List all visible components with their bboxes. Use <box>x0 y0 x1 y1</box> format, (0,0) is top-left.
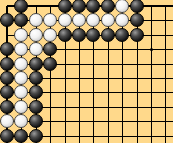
go-board[interactable] <box>0 0 173 143</box>
black-stone[interactable] <box>29 57 43 71</box>
black-stone[interactable] <box>130 13 144 27</box>
white-stone[interactable] <box>29 13 43 27</box>
white-stone[interactable] <box>58 13 72 27</box>
white-stone[interactable] <box>29 28 43 42</box>
star-point <box>150 48 153 51</box>
white-stone[interactable] <box>115 0 129 13</box>
black-stone[interactable] <box>72 0 86 13</box>
white-stone[interactable] <box>14 85 28 99</box>
black-stone[interactable] <box>101 0 115 13</box>
black-stone[interactable] <box>58 0 72 13</box>
white-stone[interactable] <box>29 42 43 56</box>
white-stone[interactable] <box>115 13 129 27</box>
white-stone[interactable] <box>43 13 57 27</box>
black-stone[interactable] <box>29 85 43 99</box>
black-stone[interactable] <box>0 85 14 99</box>
white-stone[interactable] <box>101 13 115 27</box>
black-stone[interactable] <box>14 129 28 143</box>
black-stone[interactable] <box>101 28 115 42</box>
black-stone[interactable] <box>86 28 100 42</box>
white-stone[interactable] <box>72 13 86 27</box>
white-stone[interactable] <box>14 100 28 114</box>
white-stone[interactable] <box>43 28 57 42</box>
white-stone[interactable] <box>14 28 28 42</box>
black-stone[interactable] <box>29 129 43 143</box>
black-stone[interactable] <box>86 0 100 13</box>
black-stone[interactable] <box>29 114 43 128</box>
black-stone[interactable] <box>0 71 14 85</box>
black-stone[interactable] <box>43 57 57 71</box>
black-stone[interactable] <box>58 28 72 42</box>
white-stone[interactable] <box>14 71 28 85</box>
black-stone[interactable] <box>29 71 43 85</box>
black-stone[interactable] <box>72 28 86 42</box>
black-stone[interactable] <box>130 0 144 13</box>
black-stone[interactable] <box>29 100 43 114</box>
black-stone[interactable] <box>14 0 28 13</box>
white-stone[interactable] <box>0 114 14 128</box>
white-stone[interactable] <box>86 13 100 27</box>
black-stone[interactable] <box>0 100 14 114</box>
black-stone[interactable] <box>43 42 57 56</box>
black-stone[interactable] <box>0 57 14 71</box>
black-stone[interactable] <box>0 129 14 143</box>
grid-vline <box>165 6 166 143</box>
black-stone[interactable] <box>14 13 28 27</box>
white-stone[interactable] <box>14 57 28 71</box>
black-stone[interactable] <box>130 28 144 42</box>
black-stone[interactable] <box>0 42 14 56</box>
white-stone[interactable] <box>14 114 28 128</box>
grid-vline <box>151 6 152 143</box>
white-stone[interactable] <box>14 42 28 56</box>
black-stone[interactable] <box>115 28 129 42</box>
black-stone[interactable] <box>0 13 14 27</box>
